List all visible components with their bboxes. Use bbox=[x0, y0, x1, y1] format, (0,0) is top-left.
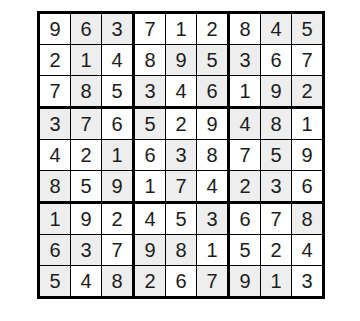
cell-r8c8[interactable]: 2 bbox=[261, 235, 292, 266]
cell-r6c9[interactable]: 6 bbox=[292, 171, 322, 204]
cell-r5c2[interactable]: 2 bbox=[71, 140, 102, 171]
cell-r4c7[interactable]: 4 bbox=[230, 109, 261, 140]
cell-r9c9[interactable]: 3 bbox=[292, 266, 322, 296]
cell-r3c1[interactable]: 7 bbox=[40, 76, 71, 109]
cell-r2c9[interactable]: 7 bbox=[292, 45, 322, 76]
cell-r2c7[interactable]: 3 bbox=[230, 45, 261, 76]
cell-r6c7[interactable]: 2 bbox=[230, 171, 261, 204]
board-row-5: 421638759 bbox=[40, 140, 322, 171]
cell-r3c7[interactable]: 1 bbox=[230, 76, 261, 109]
cell-r6c2[interactable]: 5 bbox=[71, 171, 102, 204]
cell-r3c8[interactable]: 9 bbox=[261, 76, 292, 109]
cell-r5c3[interactable]: 1 bbox=[102, 140, 135, 171]
cell-r7c8[interactable]: 7 bbox=[261, 204, 292, 235]
cell-r5c8[interactable]: 5 bbox=[261, 140, 292, 171]
board-row-6: 859174236 bbox=[40, 171, 322, 204]
cell-r8c2[interactable]: 3 bbox=[71, 235, 102, 266]
sudoku-board: 9637128452148953677853461923765294814216… bbox=[37, 11, 325, 299]
cell-r8c6[interactable]: 1 bbox=[197, 235, 230, 266]
cell-r1c9[interactable]: 5 bbox=[292, 14, 322, 45]
cell-r6c3[interactable]: 9 bbox=[102, 171, 135, 204]
cell-r8c3[interactable]: 7 bbox=[102, 235, 135, 266]
board-row-4: 376529481 bbox=[40, 109, 322, 140]
cell-r4c9[interactable]: 1 bbox=[292, 109, 322, 140]
cell-r1c8[interactable]: 4 bbox=[261, 14, 292, 45]
cell-r6c6[interactable]: 4 bbox=[197, 171, 230, 204]
cell-r7c6[interactable]: 3 bbox=[197, 204, 230, 235]
cell-r3c5[interactable]: 4 bbox=[166, 76, 197, 109]
cell-r3c9[interactable]: 2 bbox=[292, 76, 322, 109]
cell-r1c7[interactable]: 8 bbox=[230, 14, 261, 45]
cell-r5c9[interactable]: 9 bbox=[292, 140, 322, 171]
cell-r8c1[interactable]: 6 bbox=[40, 235, 71, 266]
cell-r2c8[interactable]: 6 bbox=[261, 45, 292, 76]
cell-r7c9[interactable]: 8 bbox=[292, 204, 322, 235]
board-row-7: 192453678 bbox=[40, 204, 322, 235]
cell-r2c3[interactable]: 4 bbox=[102, 45, 135, 76]
cell-r6c5[interactable]: 7 bbox=[166, 171, 197, 204]
cell-r8c5[interactable]: 8 bbox=[166, 235, 197, 266]
cell-r4c4[interactable]: 5 bbox=[135, 109, 166, 140]
cell-r9c1[interactable]: 5 bbox=[40, 266, 71, 296]
cell-r4c6[interactable]: 9 bbox=[197, 109, 230, 140]
cell-r9c5[interactable]: 6 bbox=[166, 266, 197, 296]
cell-r6c8[interactable]: 3 bbox=[261, 171, 292, 204]
cell-r8c4[interactable]: 9 bbox=[135, 235, 166, 266]
cell-r5c6[interactable]: 8 bbox=[197, 140, 230, 171]
cell-r6c4[interactable]: 1 bbox=[135, 171, 166, 204]
cell-r8c9[interactable]: 4 bbox=[292, 235, 322, 266]
cell-r7c4[interactable]: 4 bbox=[135, 204, 166, 235]
cell-r2c2[interactable]: 1 bbox=[71, 45, 102, 76]
cell-r9c7[interactable]: 9 bbox=[230, 266, 261, 296]
cell-r1c2[interactable]: 6 bbox=[71, 14, 102, 45]
cell-r3c3[interactable]: 5 bbox=[102, 76, 135, 109]
cell-r4c3[interactable]: 6 bbox=[102, 109, 135, 140]
cell-r7c2[interactable]: 9 bbox=[71, 204, 102, 235]
cell-r9c8[interactable]: 1 bbox=[261, 266, 292, 296]
cell-r4c1[interactable]: 3 bbox=[40, 109, 71, 140]
cell-r9c6[interactable]: 7 bbox=[197, 266, 230, 296]
cell-r7c7[interactable]: 6 bbox=[230, 204, 261, 235]
cell-r7c5[interactable]: 5 bbox=[166, 204, 197, 235]
cell-r2c4[interactable]: 8 bbox=[135, 45, 166, 76]
cell-r5c1[interactable]: 4 bbox=[40, 140, 71, 171]
cell-r1c1[interactable]: 9 bbox=[40, 14, 71, 45]
cell-r4c8[interactable]: 8 bbox=[261, 109, 292, 140]
cell-r2c1[interactable]: 2 bbox=[40, 45, 71, 76]
cell-r1c4[interactable]: 7 bbox=[135, 14, 166, 45]
cell-r3c4[interactable]: 3 bbox=[135, 76, 166, 109]
cell-r4c5[interactable]: 2 bbox=[166, 109, 197, 140]
cell-r3c2[interactable]: 8 bbox=[71, 76, 102, 109]
board-row-8: 637981524 bbox=[40, 235, 322, 266]
cell-r9c3[interactable]: 8 bbox=[102, 266, 135, 296]
cell-r4c2[interactable]: 7 bbox=[71, 109, 102, 140]
cell-r9c2[interactable]: 4 bbox=[71, 266, 102, 296]
cell-r5c7[interactable]: 7 bbox=[230, 140, 261, 171]
cell-r2c5[interactable]: 9 bbox=[166, 45, 197, 76]
cell-r1c5[interactable]: 1 bbox=[166, 14, 197, 45]
board-row-1: 963712845 bbox=[40, 14, 322, 45]
cell-r5c4[interactable]: 6 bbox=[135, 140, 166, 171]
cell-r6c1[interactable]: 8 bbox=[40, 171, 71, 204]
cell-r7c1[interactable]: 1 bbox=[40, 204, 71, 235]
board-row-9: 548267913 bbox=[40, 266, 322, 296]
cell-r9c4[interactable]: 2 bbox=[135, 266, 166, 296]
cell-r2c6[interactable]: 5 bbox=[197, 45, 230, 76]
board-row-2: 214895367 bbox=[40, 45, 322, 76]
cell-r1c3[interactable]: 3 bbox=[102, 14, 135, 45]
board-row-3: 785346192 bbox=[40, 76, 322, 109]
cell-r1c6[interactable]: 2 bbox=[197, 14, 230, 45]
cell-r7c3[interactable]: 2 bbox=[102, 204, 135, 235]
cell-r8c7[interactable]: 5 bbox=[230, 235, 261, 266]
cell-r3c6[interactable]: 6 bbox=[197, 76, 230, 109]
cell-r5c5[interactable]: 3 bbox=[166, 140, 197, 171]
